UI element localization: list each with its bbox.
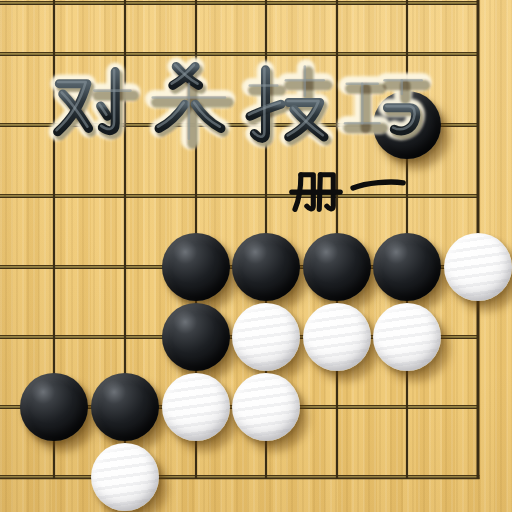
go-app-icon[interactable]: 对杀技巧 册一 — [0, 0, 512, 512]
title-text-drawing — [56, 65, 425, 144]
subtitle-text-drawing — [292, 175, 404, 210]
title-calligraphy — [0, 0, 512, 512]
